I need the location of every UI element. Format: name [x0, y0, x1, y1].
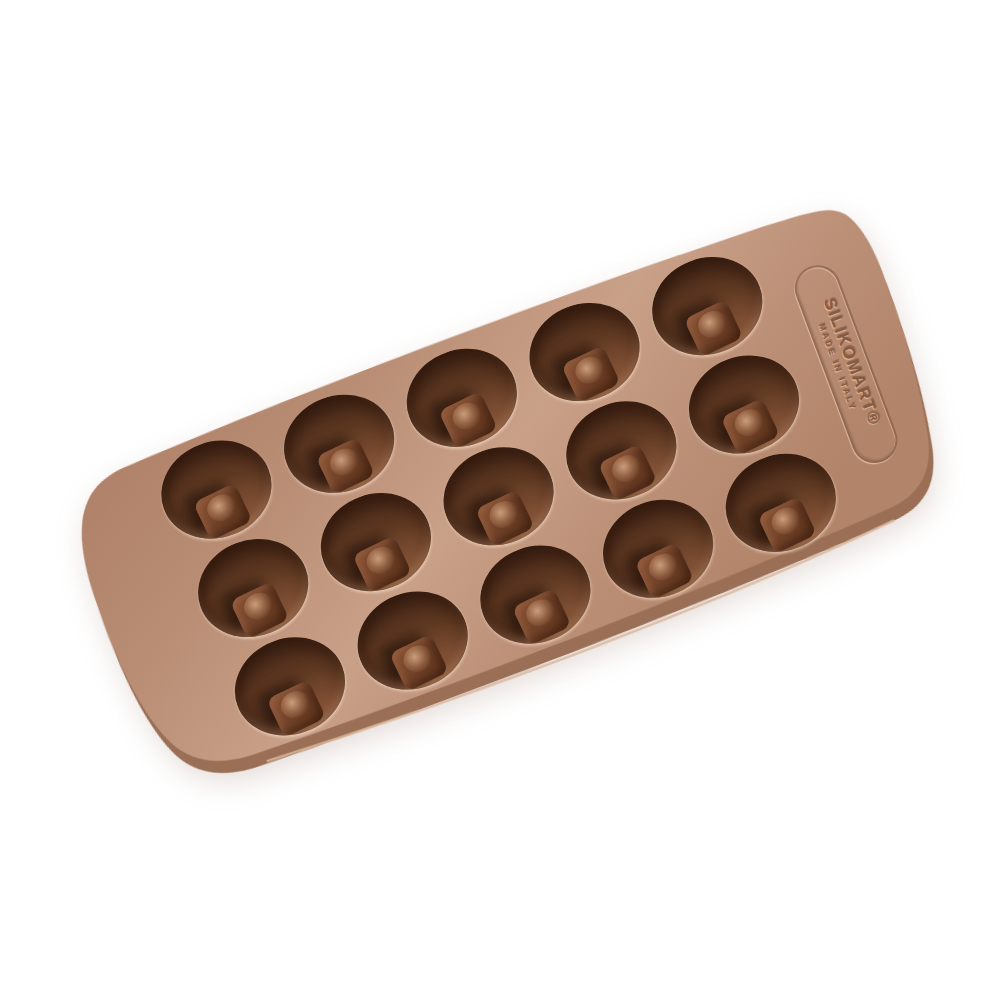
dome-highlight-icon: [239, 588, 277, 624]
dome-highlight-icon: [522, 595, 560, 631]
cavity-block: [266, 680, 326, 738]
dome-highlight-icon: [203, 490, 241, 526]
cavity-block: [758, 496, 818, 554]
cavity-block: [598, 444, 658, 502]
dome-highlight-icon: [768, 503, 806, 539]
cavity-block: [192, 483, 252, 541]
tray-wrap: SILIKOMART® MADE IN ITALY: [26, 181, 974, 819]
dome-highlight-icon: [608, 450, 646, 486]
dome-highlight-icon: [276, 687, 314, 723]
scene: SILIKOMART® MADE IN ITALY: [0, 0, 1000, 1000]
cavity-block: [389, 634, 449, 692]
cavity-block: [352, 535, 412, 593]
cavity-block: [229, 581, 289, 639]
cavity: [552, 386, 691, 515]
chocolate-mold-tray: SILIKOMART® MADE IN ITALY: [26, 181, 974, 819]
cavity-block: [684, 299, 744, 357]
cavity: [675, 340, 814, 469]
cavity: [184, 524, 323, 653]
dome-highlight-icon: [571, 352, 609, 388]
cavity: [306, 478, 445, 607]
cavity-block: [315, 437, 375, 495]
dome-highlight-icon: [362, 542, 400, 578]
cavity-block: [438, 391, 498, 449]
cavity: [429, 432, 568, 561]
dome-highlight-icon: [448, 398, 486, 434]
dome-highlight-icon: [694, 306, 732, 342]
cavity-block: [512, 588, 572, 646]
dome-highlight-icon: [325, 444, 363, 480]
cavity-block: [561, 345, 621, 403]
dome-highlight-icon: [399, 641, 437, 677]
cavity-block: [635, 542, 695, 600]
dome-highlight-icon: [485, 496, 523, 532]
dome-highlight-icon: [731, 405, 769, 441]
cavity-block: [721, 398, 781, 456]
cavity-block: [475, 489, 535, 547]
dome-highlight-icon: [645, 549, 683, 585]
